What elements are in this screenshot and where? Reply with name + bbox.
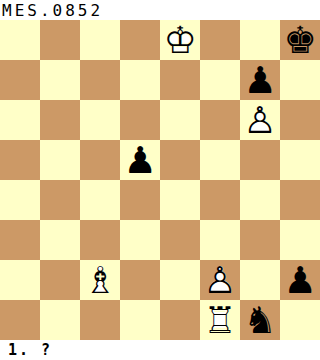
square-f8[interactable]	[200, 20, 240, 60]
square-b6[interactable]	[40, 100, 80, 140]
square-f6[interactable]	[200, 100, 240, 140]
square-e2[interactable]	[160, 260, 200, 300]
square-b2[interactable]	[40, 260, 80, 300]
square-b1[interactable]	[40, 300, 80, 340]
square-a4[interactable]	[0, 180, 40, 220]
black-king-h8: ♚	[280, 20, 320, 60]
black-pawn-h2: ♟	[280, 260, 320, 300]
square-f3[interactable]	[200, 220, 240, 260]
square-e8[interactable]: ♚♔	[160, 20, 200, 60]
square-h7[interactable]	[280, 60, 320, 100]
square-f1[interactable]: ♜♖	[200, 300, 240, 340]
square-e6[interactable]	[160, 100, 200, 140]
chess-board: ♚♔♚♟♟♙♟♝♗♟♙♟♜♖♞	[0, 20, 320, 340]
square-d1[interactable]	[120, 300, 160, 340]
square-c2[interactable]: ♝♗	[80, 260, 120, 300]
square-b7[interactable]	[40, 60, 80, 100]
square-g2[interactable]	[240, 260, 280, 300]
square-c4[interactable]	[80, 180, 120, 220]
chess-diagram: MES.0852 ♚♔♚♟♟♙♟♝♗♟♙♟♜♖♞ 1. ?	[0, 0, 320, 360]
square-e1[interactable]	[160, 300, 200, 340]
square-g5[interactable]	[240, 140, 280, 180]
square-a3[interactable]	[0, 220, 40, 260]
black-pawn-g7: ♟	[240, 60, 280, 100]
square-a1[interactable]	[0, 300, 40, 340]
square-h3[interactable]	[280, 220, 320, 260]
square-f7[interactable]	[200, 60, 240, 100]
square-d6[interactable]	[120, 100, 160, 140]
square-h4[interactable]	[280, 180, 320, 220]
square-d2[interactable]	[120, 260, 160, 300]
white-rook-f1: ♜♖	[200, 300, 240, 340]
square-a7[interactable]	[0, 60, 40, 100]
white-pawn-g6: ♟♙	[240, 100, 280, 140]
square-h1[interactable]	[280, 300, 320, 340]
square-e3[interactable]	[160, 220, 200, 260]
white-bishop-c2: ♝♗	[80, 260, 120, 300]
square-b3[interactable]	[40, 220, 80, 260]
square-c3[interactable]	[80, 220, 120, 260]
square-g7[interactable]: ♟	[240, 60, 280, 100]
square-b8[interactable]	[40, 20, 80, 60]
square-e4[interactable]	[160, 180, 200, 220]
square-d5[interactable]: ♟	[120, 140, 160, 180]
square-e5[interactable]	[160, 140, 200, 180]
move-prompt-label: 1. ?	[0, 341, 52, 359]
square-g6[interactable]: ♟♙	[240, 100, 280, 140]
black-pawn-d5: ♟	[120, 140, 160, 180]
square-a8[interactable]	[0, 20, 40, 60]
square-c8[interactable]	[80, 20, 120, 60]
square-b5[interactable]	[40, 140, 80, 180]
square-c1[interactable]	[80, 300, 120, 340]
puzzle-id-label: MES.0852	[0, 1, 103, 20]
square-a2[interactable]	[0, 260, 40, 300]
square-h8[interactable]: ♚	[280, 20, 320, 60]
square-c6[interactable]	[80, 100, 120, 140]
square-d4[interactable]	[120, 180, 160, 220]
white-pawn-f2: ♟♙	[200, 260, 240, 300]
square-f2[interactable]: ♟♙	[200, 260, 240, 300]
square-h2[interactable]: ♟	[280, 260, 320, 300]
square-g8[interactable]	[240, 20, 280, 60]
title-bar: MES.0852	[0, 0, 320, 20]
square-f5[interactable]	[200, 140, 240, 180]
square-g4[interactable]	[240, 180, 280, 220]
square-d8[interactable]	[120, 20, 160, 60]
square-g1[interactable]: ♞	[240, 300, 280, 340]
square-f4[interactable]	[200, 180, 240, 220]
square-d3[interactable]	[120, 220, 160, 260]
black-knight-g1: ♞	[240, 300, 280, 340]
status-bar: 1. ?	[0, 340, 320, 360]
square-a5[interactable]	[0, 140, 40, 180]
square-e7[interactable]	[160, 60, 200, 100]
white-king-e8: ♚♔	[160, 20, 200, 60]
square-c5[interactable]	[80, 140, 120, 180]
square-d7[interactable]	[120, 60, 160, 100]
square-h5[interactable]	[280, 140, 320, 180]
square-g3[interactable]	[240, 220, 280, 260]
square-h6[interactable]	[280, 100, 320, 140]
square-b4[interactable]	[40, 180, 80, 220]
square-c7[interactable]	[80, 60, 120, 100]
square-a6[interactable]	[0, 100, 40, 140]
